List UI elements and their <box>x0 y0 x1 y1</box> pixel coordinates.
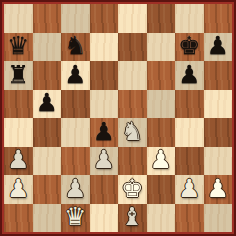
square-f4[interactable] <box>147 118 176 147</box>
square-h1[interactable] <box>204 204 233 233</box>
square-b7[interactable] <box>33 33 62 62</box>
piece-white-pawn: ♟ <box>7 147 29 172</box>
piece-white-king: ♚ <box>121 176 143 201</box>
square-b6[interactable] <box>33 61 62 90</box>
square-e3[interactable] <box>118 147 147 176</box>
piece-white-pawn: ♟ <box>7 176 29 201</box>
square-f1[interactable] <box>147 204 176 233</box>
square-c6[interactable]: ♟ <box>61 61 90 90</box>
square-h4[interactable] <box>204 118 233 147</box>
square-d5[interactable] <box>90 90 119 119</box>
square-c8[interactable] <box>61 4 90 33</box>
square-d1[interactable] <box>90 204 119 233</box>
square-f2[interactable] <box>147 175 176 204</box>
square-h2[interactable]: ♟ <box>204 175 233 204</box>
piece-white-knight: ♞ <box>121 119 143 144</box>
square-c1[interactable]: ♛ <box>61 204 90 233</box>
piece-white-queen: ♛ <box>64 204 86 229</box>
chess-board: ♛♞♚♟♜♟♟♟♟♞♟♟♟♟♟♚♟♟♛♝ <box>4 4 232 232</box>
piece-white-pawn: ♟ <box>207 176 229 201</box>
square-h6[interactable] <box>204 61 233 90</box>
square-h3[interactable] <box>204 147 233 176</box>
square-b3[interactable] <box>33 147 62 176</box>
square-h5[interactable] <box>204 90 233 119</box>
square-a6[interactable]: ♜ <box>4 61 33 90</box>
square-d7[interactable] <box>90 33 119 62</box>
piece-black-pawn: ♟ <box>207 33 229 58</box>
piece-black-pawn: ♟ <box>36 90 58 115</box>
square-a1[interactable] <box>4 204 33 233</box>
square-f8[interactable] <box>147 4 176 33</box>
square-g8[interactable] <box>175 4 204 33</box>
piece-black-pawn: ♟ <box>64 62 86 87</box>
piece-white-pawn: ♟ <box>178 176 200 201</box>
square-d4[interactable]: ♟ <box>90 118 119 147</box>
square-c5[interactable] <box>61 90 90 119</box>
square-c4[interactable] <box>61 118 90 147</box>
chess-board-frame: ♛♞♚♟♜♟♟♟♟♞♟♟♟♟♟♚♟♟♛♝ <box>0 0 236 236</box>
square-b2[interactable] <box>33 175 62 204</box>
square-d8[interactable] <box>90 4 119 33</box>
square-d6[interactable] <box>90 61 119 90</box>
square-a8[interactable] <box>4 4 33 33</box>
square-c3[interactable] <box>61 147 90 176</box>
square-g5[interactable] <box>175 90 204 119</box>
square-e7[interactable] <box>118 33 147 62</box>
square-b4[interactable] <box>33 118 62 147</box>
square-a3[interactable]: ♟ <box>4 147 33 176</box>
piece-white-bishop: ♝ <box>121 204 143 229</box>
square-a5[interactable] <box>4 90 33 119</box>
piece-black-knight: ♞ <box>64 33 86 58</box>
square-e4[interactable]: ♞ <box>118 118 147 147</box>
piece-black-pawn: ♟ <box>178 62 200 87</box>
square-e8[interactable] <box>118 4 147 33</box>
square-c2[interactable]: ♟ <box>61 175 90 204</box>
square-h8[interactable] <box>204 4 233 33</box>
piece-white-pawn: ♟ <box>64 176 86 201</box>
square-f3[interactable]: ♟ <box>147 147 176 176</box>
square-a7[interactable]: ♛ <box>4 33 33 62</box>
square-b5[interactable]: ♟ <box>33 90 62 119</box>
square-f7[interactable] <box>147 33 176 62</box>
square-c7[interactable]: ♞ <box>61 33 90 62</box>
square-g2[interactable]: ♟ <box>175 175 204 204</box>
piece-white-pawn: ♟ <box>150 147 172 172</box>
piece-black-queen: ♛ <box>7 33 29 58</box>
square-g6[interactable]: ♟ <box>175 61 204 90</box>
square-g1[interactable] <box>175 204 204 233</box>
square-d3[interactable]: ♟ <box>90 147 119 176</box>
square-e1[interactable]: ♝ <box>118 204 147 233</box>
square-e5[interactable] <box>118 90 147 119</box>
square-h7[interactable]: ♟ <box>204 33 233 62</box>
piece-black-king: ♚ <box>178 33 200 58</box>
square-g4[interactable] <box>175 118 204 147</box>
piece-black-pawn: ♟ <box>93 119 115 144</box>
square-a2[interactable]: ♟ <box>4 175 33 204</box>
square-f5[interactable] <box>147 90 176 119</box>
square-b1[interactable] <box>33 204 62 233</box>
square-e2[interactable]: ♚ <box>118 175 147 204</box>
square-d2[interactable] <box>90 175 119 204</box>
square-e6[interactable] <box>118 61 147 90</box>
square-a4[interactable] <box>4 118 33 147</box>
square-g3[interactable] <box>175 147 204 176</box>
piece-black-rook: ♜ <box>7 62 29 87</box>
square-g7[interactable]: ♚ <box>175 33 204 62</box>
square-f6[interactable] <box>147 61 176 90</box>
piece-white-pawn: ♟ <box>93 147 115 172</box>
square-b8[interactable] <box>33 4 62 33</box>
